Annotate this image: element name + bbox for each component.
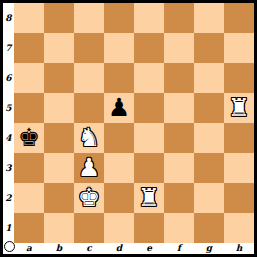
square-c4[interactable]: ♞ bbox=[74, 123, 104, 153]
white-rook[interactable]: ♜ bbox=[134, 183, 164, 213]
square-d5[interactable]: ♟ bbox=[104, 93, 134, 123]
square-g8[interactable] bbox=[194, 3, 224, 33]
square-d3[interactable] bbox=[104, 153, 134, 183]
square-b2[interactable] bbox=[44, 183, 74, 213]
rank-label-8: 8 bbox=[3, 3, 14, 33]
file-label-d: d bbox=[104, 243, 134, 254]
file-label-h: h bbox=[224, 243, 254, 254]
rank-label-5: 5 bbox=[3, 93, 14, 123]
square-d2[interactable] bbox=[104, 183, 134, 213]
square-b6[interactable] bbox=[44, 63, 74, 93]
file-labels: abcdefgh bbox=[14, 243, 254, 254]
square-a5[interactable] bbox=[14, 93, 44, 123]
square-e6[interactable] bbox=[134, 63, 164, 93]
square-d7[interactable] bbox=[104, 33, 134, 63]
file-label-e: e bbox=[134, 243, 164, 254]
square-e3[interactable] bbox=[134, 153, 164, 183]
square-g4[interactable] bbox=[194, 123, 224, 153]
square-e1[interactable] bbox=[134, 213, 164, 243]
square-h6[interactable] bbox=[224, 63, 254, 93]
square-f2[interactable] bbox=[164, 183, 194, 213]
square-f3[interactable] bbox=[164, 153, 194, 183]
square-b3[interactable] bbox=[44, 153, 74, 183]
square-h5[interactable]: ♜ bbox=[224, 93, 254, 123]
square-a3[interactable] bbox=[14, 153, 44, 183]
rank-label-2: 2 bbox=[3, 183, 14, 213]
white-pawn[interactable]: ♟ bbox=[74, 153, 104, 183]
rank-label-4: 4 bbox=[3, 123, 14, 153]
rank-label-6: 6 bbox=[3, 63, 14, 93]
file-label-c: c bbox=[74, 243, 104, 254]
square-f5[interactable] bbox=[164, 93, 194, 123]
black-king[interactable]: ♚ bbox=[14, 123, 44, 153]
square-e4[interactable] bbox=[134, 123, 164, 153]
board[interactable]: ♟♜♚♞♟♚♜ bbox=[14, 3, 254, 243]
white-knight[interactable]: ♞ bbox=[74, 123, 104, 153]
square-g2[interactable] bbox=[194, 183, 224, 213]
square-b8[interactable] bbox=[44, 3, 74, 33]
square-c5[interactable] bbox=[74, 93, 104, 123]
square-c3[interactable]: ♟ bbox=[74, 153, 104, 183]
square-h3[interactable] bbox=[224, 153, 254, 183]
file-label-a: a bbox=[14, 243, 44, 254]
chess-diagram: 87654321 ♟♜♚♞♟♚♜ abcdefgh bbox=[0, 0, 257, 257]
square-b1[interactable] bbox=[44, 213, 74, 243]
square-e8[interactable] bbox=[134, 3, 164, 33]
square-c8[interactable] bbox=[74, 3, 104, 33]
square-h8[interactable] bbox=[224, 3, 254, 33]
square-e7[interactable] bbox=[134, 33, 164, 63]
square-g1[interactable] bbox=[194, 213, 224, 243]
square-g3[interactable] bbox=[194, 153, 224, 183]
rank-label-1: 1 bbox=[3, 213, 14, 243]
rank-label-7: 7 bbox=[3, 33, 14, 63]
square-c6[interactable] bbox=[74, 63, 104, 93]
square-d4[interactable] bbox=[104, 123, 134, 153]
square-e5[interactable] bbox=[134, 93, 164, 123]
square-h7[interactable] bbox=[224, 33, 254, 63]
white-king[interactable]: ♚ bbox=[74, 183, 104, 213]
black-pawn[interactable]: ♟ bbox=[104, 93, 134, 123]
square-d1[interactable] bbox=[104, 213, 134, 243]
square-f4[interactable] bbox=[164, 123, 194, 153]
white-to-move-indicator-icon bbox=[4, 241, 15, 252]
square-e2[interactable]: ♜ bbox=[134, 183, 164, 213]
square-c7[interactable] bbox=[74, 33, 104, 63]
square-a2[interactable] bbox=[14, 183, 44, 213]
square-a6[interactable] bbox=[14, 63, 44, 93]
square-g7[interactable] bbox=[194, 33, 224, 63]
square-f7[interactable] bbox=[164, 33, 194, 63]
square-b4[interactable] bbox=[44, 123, 74, 153]
file-label-g: g bbox=[194, 243, 224, 254]
square-c2[interactable]: ♚ bbox=[74, 183, 104, 213]
rank-label-3: 3 bbox=[3, 153, 14, 183]
square-b7[interactable] bbox=[44, 33, 74, 63]
file-label-b: b bbox=[44, 243, 74, 254]
square-h2[interactable] bbox=[224, 183, 254, 213]
file-label-f: f bbox=[164, 243, 194, 254]
square-a4[interactable]: ♚ bbox=[14, 123, 44, 153]
rank-labels: 87654321 bbox=[3, 3, 14, 243]
square-f8[interactable] bbox=[164, 3, 194, 33]
square-a1[interactable] bbox=[14, 213, 44, 243]
square-d8[interactable] bbox=[104, 3, 134, 33]
square-c1[interactable] bbox=[74, 213, 104, 243]
square-f6[interactable] bbox=[164, 63, 194, 93]
white-rook[interactable]: ♜ bbox=[224, 93, 254, 123]
square-h1[interactable] bbox=[224, 213, 254, 243]
square-a7[interactable] bbox=[14, 33, 44, 63]
square-a8[interactable] bbox=[14, 3, 44, 33]
square-g6[interactable] bbox=[194, 63, 224, 93]
square-b5[interactable] bbox=[44, 93, 74, 123]
square-d6[interactable] bbox=[104, 63, 134, 93]
square-h4[interactable] bbox=[224, 123, 254, 153]
square-f1[interactable] bbox=[164, 213, 194, 243]
square-g5[interactable] bbox=[194, 93, 224, 123]
